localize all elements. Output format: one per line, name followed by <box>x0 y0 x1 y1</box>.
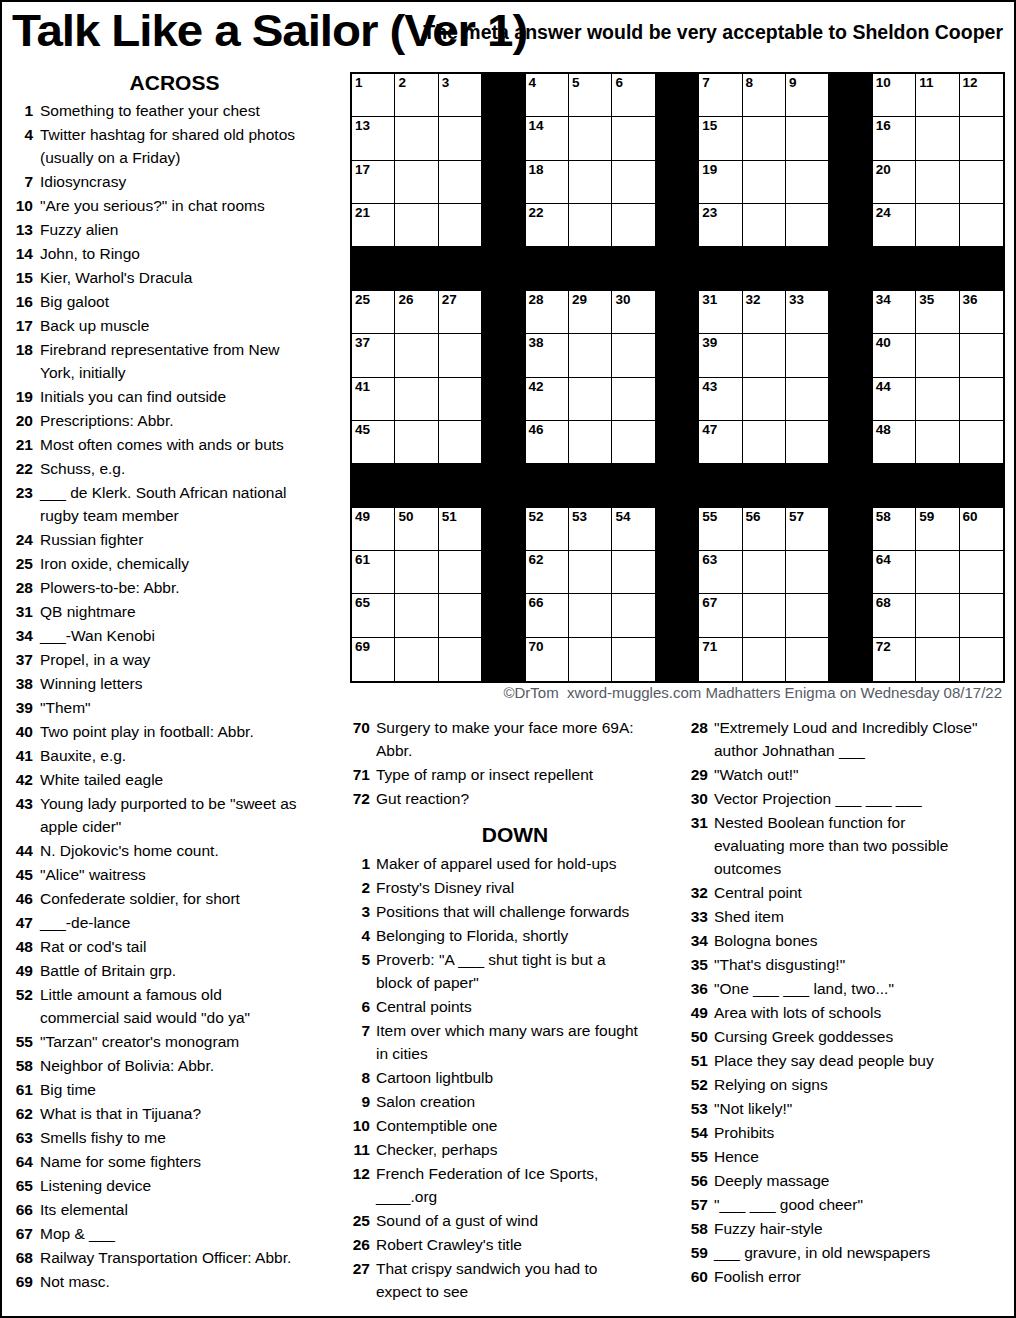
cell-number: 16 <box>876 119 891 133</box>
clue-number: 65 <box>10 1174 33 1197</box>
clue-item: 61Big time <box>10 1078 344 1101</box>
grid-cell-r4c7[interactable] <box>612 204 655 247</box>
clue-number: 63 <box>10 1126 33 1149</box>
grid-cell-r14c15[interactable] <box>960 638 1003 681</box>
grid-cell-r13c9[interactable]: 67 <box>699 594 742 637</box>
clue-number: 25 <box>350 1209 370 1232</box>
grid-cell-r11c10[interactable]: 56 <box>743 508 786 551</box>
clue-item: 8Cartoon lightbulb <box>350 1066 680 1089</box>
black-cell <box>612 464 655 507</box>
grid-cell-r8c6[interactable] <box>569 378 612 421</box>
clue-item: 58Neighbor of Bolivia: Abbr. <box>10 1054 344 1077</box>
clue-text: QB nightmare <box>40 600 136 623</box>
grid-cell-r14c5[interactable]: 70 <box>526 638 569 681</box>
grid-cell-r8c14[interactable] <box>916 378 959 421</box>
grid-cell-r1c10[interactable]: 8 <box>743 74 786 117</box>
grid-cell-r3c11[interactable] <box>786 161 829 204</box>
clue-text: Battle of Britain grp. <box>40 959 176 982</box>
black-cell <box>829 421 872 464</box>
grid-cell-r13c6[interactable] <box>569 594 612 637</box>
grid-cell-r14c6[interactable] <box>569 638 612 681</box>
grid-cell-r7c9[interactable]: 39 <box>699 334 742 377</box>
grid-cell-r2c14[interactable] <box>916 117 959 160</box>
grid-cell-r6c13[interactable]: 34 <box>873 291 916 334</box>
grid-cell-r2c13[interactable]: 16 <box>873 117 916 160</box>
clue-number: 71 <box>350 763 370 786</box>
clue-text: Its elemental <box>40 1198 128 1221</box>
grid-cell-r6c5[interactable]: 28 <box>526 291 569 334</box>
clue-text: White tailed eagle <box>40 768 163 791</box>
grid-cell-r13c15[interactable] <box>960 594 1003 637</box>
clue-item: 13Fuzzy alien <box>10 218 344 241</box>
black-cell <box>960 247 1003 290</box>
clue-number: 27 <box>350 1257 370 1303</box>
black-cell <box>829 508 872 551</box>
grid-cell-r4c14[interactable] <box>916 204 959 247</box>
across-clue-list: 1Something to feather your chest4Twitter… <box>10 99 344 1294</box>
grid-cell-r9c7[interactable] <box>612 421 655 464</box>
clue-item: 20Prescriptions: Abbr. <box>10 409 344 432</box>
grid-cell-r14c13[interactable]: 72 <box>873 638 916 681</box>
clue-item: 29"Watch out!" <box>688 763 1014 786</box>
grid-cell-r3c14[interactable] <box>916 161 959 204</box>
grid-cell-r3c15[interactable] <box>960 161 1003 204</box>
down-clue-list-first: 1Maker of apparel used for hold-ups2Fros… <box>350 852 680 1303</box>
black-cell <box>482 464 525 507</box>
grid-cell-r13c3[interactable] <box>439 594 482 637</box>
grid-cell-r7c6[interactable] <box>569 334 612 377</box>
grid-cell-r11c11[interactable]: 57 <box>786 508 829 551</box>
clue-item: 4Twitter hashtag for shared old photos (… <box>10 123 344 169</box>
grid-cell-r9c9[interactable]: 47 <box>699 421 742 464</box>
clue-number: 47 <box>10 911 33 934</box>
grid-cell-r3c9[interactable]: 19 <box>699 161 742 204</box>
clue-number: 68 <box>10 1246 33 1269</box>
clue-item: 62What is that in Tijuana? <box>10 1102 344 1125</box>
clue-number: 17 <box>10 314 33 337</box>
clue-item: 25Iron oxide, chemically <box>10 552 344 575</box>
grid-cell-r9c14[interactable] <box>916 421 959 464</box>
grid-cell-r12c5[interactable]: 62 <box>526 551 569 594</box>
black-cell <box>873 464 916 507</box>
cell-number: 65 <box>355 596 370 610</box>
cell-number: 34 <box>876 293 891 307</box>
grid-cell-r1c15[interactable]: 12 <box>960 74 1003 117</box>
grid-cell-r1c1[interactable]: 1 <box>352 74 395 117</box>
clue-text: "Are you serious?" in chat rooms <box>40 194 265 217</box>
grid-cell-r1c5[interactable]: 4 <box>526 74 569 117</box>
black-cell <box>482 291 525 334</box>
grid-cell-r13c1[interactable]: 65 <box>352 594 395 637</box>
grid-cell-r6c6[interactable]: 29 <box>569 291 612 334</box>
grid-cell-r6c1[interactable]: 25 <box>352 291 395 334</box>
clue-item: 42White tailed eagle <box>10 768 344 791</box>
grid-cell-r8c10[interactable] <box>743 378 786 421</box>
grid-cell-r7c2[interactable] <box>395 334 438 377</box>
cell-number: 20 <box>876 163 891 177</box>
clue-text: Plowers-to-be: Abbr. <box>40 576 180 599</box>
grid-cell-r3c6[interactable] <box>569 161 612 204</box>
clue-item: 22Schuss, e.g. <box>10 457 344 480</box>
grid-cell-r12c6[interactable] <box>569 551 612 594</box>
black-cell <box>829 161 872 204</box>
clue-number: 21 <box>10 433 33 456</box>
grid-cell-r7c7[interactable] <box>612 334 655 377</box>
cell-number: 19 <box>702 163 717 177</box>
black-cell <box>439 247 482 290</box>
clue-text: Prohibits <box>714 1121 774 1144</box>
grid-cell-r8c5[interactable]: 42 <box>526 378 569 421</box>
clue-text: "Alice" waitress <box>40 863 146 886</box>
grid-cell-r1c11[interactable]: 9 <box>786 74 829 117</box>
clue-item: 30Vector Projection ___ ___ ___ <box>688 787 1014 810</box>
black-cell <box>482 247 525 290</box>
grid-cell-r3c2[interactable] <box>395 161 438 204</box>
clue-number: 66 <box>10 1198 33 1221</box>
clue-item: 48Rat or cod's tail <box>10 935 344 958</box>
grid-cell-r7c1[interactable]: 37 <box>352 334 395 377</box>
black-cell <box>829 291 872 334</box>
grid-cell-r4c6[interactable] <box>569 204 612 247</box>
grid-cell-r14c1[interactable]: 69 <box>352 638 395 681</box>
clue-text: Neighbor of Bolivia: Abbr. <box>40 1054 214 1077</box>
grid-cell-r6c10[interactable]: 32 <box>743 291 786 334</box>
clue-item: 18Firebrand representative from New York… <box>10 338 344 384</box>
clue-number: 72 <box>350 787 370 810</box>
clue-text: "___ ___ good cheer" <box>714 1193 863 1216</box>
clue-item: 6Central points <box>350 995 680 1018</box>
cell-number: 55 <box>702 510 717 524</box>
cell-number: 29 <box>572 293 587 307</box>
cell-number: 68 <box>876 596 891 610</box>
clue-item: 63Smells fishy to me <box>10 1126 344 1149</box>
cell-number: 35 <box>919 293 934 307</box>
cell-number: 69 <box>355 640 370 654</box>
cell-number: 61 <box>355 553 370 567</box>
grid-cell-r9c15[interactable] <box>960 421 1003 464</box>
black-cell <box>829 378 872 421</box>
clue-item: 23___ de Klerk. South African national r… <box>10 481 344 527</box>
grid-cell-r8c3[interactable] <box>439 378 482 421</box>
grid-cell-r13c7[interactable] <box>612 594 655 637</box>
grid-cell-r13c10[interactable] <box>743 594 786 637</box>
grid-cell-r2c7[interactable] <box>612 117 655 160</box>
grid-cell-r1c3[interactable]: 3 <box>439 74 482 117</box>
grid-cell-r13c13[interactable]: 68 <box>873 594 916 637</box>
clue-item: 34Bologna bones <box>688 929 1014 952</box>
clue-item: 38Winning letters <box>10 672 344 695</box>
grid-cell-r12c15[interactable] <box>960 551 1003 594</box>
clue-item: 14John, to Ringo <box>10 242 344 265</box>
black-cell <box>656 421 699 464</box>
black-cell <box>656 378 699 421</box>
clue-number: 55 <box>688 1145 708 1168</box>
grid-cell-r11c3[interactable]: 51 <box>439 508 482 551</box>
clue-number: 25 <box>10 552 33 575</box>
grid-cell-r2c11[interactable] <box>786 117 829 160</box>
clue-item: 60Foolish error <box>688 1265 1014 1288</box>
grid-cell-r6c14[interactable]: 35 <box>916 291 959 334</box>
clue-text: Firebrand representative from New York, … <box>40 338 280 384</box>
grid-cell-r4c2[interactable] <box>395 204 438 247</box>
grid-cell-r4c13[interactable]: 24 <box>873 204 916 247</box>
grid-cell-r6c15[interactable]: 36 <box>960 291 1003 334</box>
cell-number: 50 <box>398 510 413 524</box>
black-cell <box>656 334 699 377</box>
clue-item: 12French Federation of Ice Sports, ____.… <box>350 1162 680 1208</box>
clue-text: Proverb: "A ___ shut tight is but a bloc… <box>376 948 606 994</box>
clue-number: 40 <box>10 720 33 743</box>
grid-cell-r2c5[interactable]: 14 <box>526 117 569 160</box>
cell-number: 25 <box>355 293 370 307</box>
grid-cell-r12c1[interactable]: 61 <box>352 551 395 594</box>
black-cell <box>395 464 438 507</box>
grid-cell-r12c2[interactable] <box>395 551 438 594</box>
grid-cell-r4c15[interactable] <box>960 204 1003 247</box>
grid-cell-r13c11[interactable] <box>786 594 829 637</box>
grid-cell-r4c5[interactable]: 22 <box>526 204 569 247</box>
grid-cell-r11c14[interactable]: 59 <box>916 508 959 551</box>
grid-cell-r9c3[interactable] <box>439 421 482 464</box>
clue-text: Iron oxide, chemically <box>40 552 189 575</box>
grid-cell-r11c9[interactable]: 55 <box>699 508 742 551</box>
grid-cell-r11c13[interactable]: 58 <box>873 508 916 551</box>
grid-cell-r1c6[interactable]: 5 <box>569 74 612 117</box>
grid-cell-r7c3[interactable] <box>439 334 482 377</box>
grid-cell-r2c9[interactable]: 15 <box>699 117 742 160</box>
clue-item: 33Shed item <box>688 905 1014 928</box>
black-cell <box>526 464 569 507</box>
grid-cell-r3c13[interactable]: 20 <box>873 161 916 204</box>
grid-cell-r11c2[interactable]: 50 <box>395 508 438 551</box>
clue-item: 31Nested Boolean function for evaluating… <box>688 811 1014 880</box>
cell-number: 1 <box>355 76 363 90</box>
clue-number: 36 <box>688 977 708 1000</box>
grid-cell-r8c13[interactable]: 44 <box>873 378 916 421</box>
grid-cell-r1c14[interactable]: 11 <box>916 74 959 117</box>
grid-cell-r8c11[interactable] <box>786 378 829 421</box>
grid-cell-r14c7[interactable] <box>612 638 655 681</box>
black-cell <box>482 508 525 551</box>
clue-number: 58 <box>10 1054 33 1077</box>
clue-item: 17Back up muscle <box>10 314 344 337</box>
grid-cell-r6c3[interactable]: 27 <box>439 291 482 334</box>
grid-cell-r14c11[interactable] <box>786 638 829 681</box>
grid-cell-r3c10[interactable] <box>743 161 786 204</box>
clue-number: 52 <box>688 1073 708 1096</box>
cell-number: 2 <box>398 76 406 90</box>
cell-number: 30 <box>615 293 630 307</box>
clue-text: ___-de-lance <box>40 911 130 934</box>
cell-number: 10 <box>876 76 891 90</box>
clue-number: 3 <box>350 900 370 923</box>
clue-text: Propel, in a way <box>40 648 150 671</box>
grid-cell-r11c1[interactable]: 49 <box>352 508 395 551</box>
clue-number: 10 <box>10 194 33 217</box>
clue-number: 23 <box>10 481 33 527</box>
grid-cell-r7c15[interactable] <box>960 334 1003 377</box>
clue-text: Cursing Greek goddesses <box>714 1025 893 1048</box>
grid-cell-r2c15[interactable] <box>960 117 1003 160</box>
grid-cell-r12c11[interactable] <box>786 551 829 594</box>
grid-cell-r9c11[interactable] <box>786 421 829 464</box>
grid-cell-r9c6[interactable] <box>569 421 612 464</box>
black-cell <box>656 204 699 247</box>
grid-cell-r9c10[interactable] <box>743 421 786 464</box>
grid-cell-r12c14[interactable] <box>916 551 959 594</box>
grid-cell-r6c7[interactable]: 30 <box>612 291 655 334</box>
grid-cell-r6c2[interactable]: 26 <box>395 291 438 334</box>
cell-number: 36 <box>963 293 978 307</box>
clue-item: 52Little amount a famous old commercial … <box>10 983 344 1029</box>
grid-cell-r1c9[interactable]: 7 <box>699 74 742 117</box>
clue-item: 72Gut reaction? <box>350 787 680 810</box>
grid-cell-r12c13[interactable]: 64 <box>873 551 916 594</box>
cell-number: 62 <box>529 553 544 567</box>
black-cell <box>352 247 395 290</box>
clue-text: Kier, Warhol's Dracula <box>40 266 192 289</box>
grid-cell-r2c2[interactable] <box>395 117 438 160</box>
grid-cell-r6c11[interactable]: 33 <box>786 291 829 334</box>
clue-number: 42 <box>10 768 33 791</box>
clue-text: Fuzzy hair-style <box>714 1217 823 1240</box>
grid-cell-r8c9[interactable]: 43 <box>699 378 742 421</box>
grid-cell-r13c5[interactable]: 66 <box>526 594 569 637</box>
grid-cell-r4c11[interactable] <box>786 204 829 247</box>
grid-cell-r3c3[interactable] <box>439 161 482 204</box>
clue-text: Smells fishy to me <box>40 1126 166 1149</box>
grid-cell-r8c15[interactable] <box>960 378 1003 421</box>
black-cell <box>829 594 872 637</box>
grid-cell-r2c1[interactable]: 13 <box>352 117 395 160</box>
clue-text: Place they say dead people buy <box>714 1049 934 1072</box>
clue-item: 9Salon creation <box>350 1090 680 1113</box>
grid-cell-r12c9[interactable]: 63 <box>699 551 742 594</box>
grid-cell-r4c10[interactable] <box>743 204 786 247</box>
grid-cell-r4c9[interactable]: 23 <box>699 204 742 247</box>
grid-cell-r4c3[interactable] <box>439 204 482 247</box>
cell-number: 32 <box>746 293 761 307</box>
clue-number: 28 <box>10 576 33 599</box>
black-cell <box>829 334 872 377</box>
clue-item: 21Most often comes with ands or buts <box>10 433 344 456</box>
grid-cell-r7c10[interactable] <box>743 334 786 377</box>
black-cell <box>656 161 699 204</box>
grid-cell-r1c2[interactable]: 2 <box>395 74 438 117</box>
grid-cell-r11c6[interactable]: 53 <box>569 508 612 551</box>
black-cell <box>786 247 829 290</box>
clue-item: 1Something to feather your chest <box>10 99 344 122</box>
black-cell <box>829 74 872 117</box>
black-cell <box>482 74 525 117</box>
clue-item: 19Initials you can find outside <box>10 385 344 408</box>
cell-number: 9 <box>789 76 797 90</box>
black-cell <box>439 464 482 507</box>
grid-cell-r1c13[interactable]: 10 <box>873 74 916 117</box>
grid-cell-r3c7[interactable] <box>612 161 655 204</box>
clue-item: 11Checker, perhaps <box>350 1138 680 1161</box>
grid-cell-r11c5[interactable]: 52 <box>526 508 569 551</box>
clue-number: 69 <box>10 1270 33 1293</box>
clue-number: 50 <box>688 1025 708 1048</box>
grid-cell-r9c2[interactable] <box>395 421 438 464</box>
grid-cell-r7c14[interactable] <box>916 334 959 377</box>
grid-cell-r14c9[interactable]: 71 <box>699 638 742 681</box>
black-cell <box>656 247 699 290</box>
clue-number: 51 <box>688 1049 708 1072</box>
grid-cell-r13c2[interactable] <box>395 594 438 637</box>
clue-text: Twitter hashtag for shared old photos (u… <box>40 123 295 169</box>
clue-text: Mop & ___ <box>40 1222 115 1245</box>
clue-number: 1 <box>10 99 33 122</box>
grid-cell-r12c7[interactable] <box>612 551 655 594</box>
black-cell <box>526 247 569 290</box>
cell-number: 4 <box>529 76 537 90</box>
cell-number: 43 <box>702 380 717 394</box>
grid-cell-r3c5[interactable]: 18 <box>526 161 569 204</box>
grid-cell-r11c7[interactable]: 54 <box>612 508 655 551</box>
clue-text: Robert Crawley's title <box>376 1233 522 1256</box>
cell-number: 14 <box>529 119 544 133</box>
clue-number: 4 <box>10 123 33 169</box>
grid-cell-r13c14[interactable] <box>916 594 959 637</box>
cell-number: 22 <box>529 206 544 220</box>
black-cell <box>829 464 872 507</box>
grid-cell-r9c1[interactable]: 45 <box>352 421 395 464</box>
grid-cell-r14c14[interactable] <box>916 638 959 681</box>
grid-cell-r9c13[interactable]: 48 <box>873 421 916 464</box>
clue-text: Frosty's Disney rival <box>376 876 514 899</box>
grid-cell-r9c5[interactable]: 46 <box>526 421 569 464</box>
grid-cell-r12c3[interactable] <box>439 551 482 594</box>
grid-cell-r2c3[interactable] <box>439 117 482 160</box>
grid-cell-r8c2[interactable] <box>395 378 438 421</box>
clue-text: Positions that will challenge forwards <box>376 900 629 923</box>
grid-cell-r6c9[interactable]: 31 <box>699 291 742 334</box>
clue-text: What is that in Tijuana? <box>40 1102 201 1125</box>
grid-cell-r14c10[interactable] <box>743 638 786 681</box>
clue-number: 41 <box>10 744 33 767</box>
clue-number: 31 <box>688 811 708 880</box>
clue-number: 4 <box>350 924 370 947</box>
black-cell <box>743 464 786 507</box>
grid-cell-r12c10[interactable] <box>743 551 786 594</box>
grid-cell-r14c3[interactable] <box>439 638 482 681</box>
grid-cell-r7c13[interactable]: 40 <box>873 334 916 377</box>
grid-cell-r11c15[interactable]: 60 <box>960 508 1003 551</box>
clue-item: 40Two point play in football: Abbr. <box>10 720 344 743</box>
grid-cell-r7c5[interactable]: 38 <box>526 334 569 377</box>
clue-item: 54Prohibits <box>688 1121 1014 1144</box>
grid-cell-r4c1[interactable]: 21 <box>352 204 395 247</box>
grid-cell-r8c1[interactable]: 41 <box>352 378 395 421</box>
clue-text: Railway Transportation Officer: Abbr. <box>40 1246 291 1269</box>
black-cell <box>656 291 699 334</box>
clue-text: Central points <box>376 995 472 1018</box>
clue-item: 27That crispy sandwich you had to expect… <box>350 1257 680 1303</box>
grid-cell-r3c1[interactable]: 17 <box>352 161 395 204</box>
grid-cell-r1c7[interactable]: 6 <box>612 74 655 117</box>
grid-cell-r2c10[interactable] <box>743 117 786 160</box>
clue-item: 37Propel, in a way <box>10 648 344 671</box>
grid-cell-r8c7[interactable] <box>612 378 655 421</box>
grid-cell-r14c2[interactable] <box>395 638 438 681</box>
grid-cell-r7c11[interactable] <box>786 334 829 377</box>
clue-number: 57 <box>688 1193 708 1216</box>
grid-cell-r2c6[interactable] <box>569 117 612 160</box>
clue-number: 28 <box>688 716 708 762</box>
clue-item: 44N. Djokovic's home count. <box>10 839 344 862</box>
